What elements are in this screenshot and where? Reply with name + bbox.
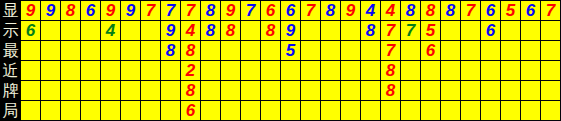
empty-cell-r3c12 — [241, 41, 261, 61]
empty-cell-r2c22 — [441, 21, 461, 41]
empty-cell-r5c8 — [161, 81, 181, 101]
empty-cell-r3c26 — [521, 41, 541, 61]
empty-cell-r4c17 — [341, 61, 361, 81]
empty-cell-r4c24 — [481, 61, 501, 81]
result-cell-r1c10: 8 — [201, 1, 221, 21]
empty-cell-r2c16 — [321, 21, 341, 41]
empty-cell-r3c5 — [101, 41, 121, 61]
empty-cell-r4c8 — [161, 61, 181, 81]
result-cell-r3c21: 6 — [421, 41, 441, 61]
empty-cell-r6c26 — [521, 101, 541, 121]
result-cell-r1c8: 7 — [161, 1, 181, 21]
empty-cell-r3c6 — [121, 41, 141, 61]
empty-cell-r6c15 — [301, 101, 321, 121]
empty-cell-r4c25 — [501, 61, 521, 81]
empty-cell-r5c18 — [361, 81, 381, 101]
empty-cell-r6c16 — [321, 101, 341, 121]
empty-cell-r3c23 — [461, 41, 481, 61]
empty-cell-r4c26 — [521, 61, 541, 81]
empty-cell-r3c1 — [21, 41, 41, 61]
empty-cell-r6c6 — [121, 101, 141, 121]
empty-cell-r4c10 — [201, 61, 221, 81]
empty-cell-r2c15 — [301, 21, 321, 41]
empty-cell-r6c13 — [261, 101, 281, 121]
empty-cell-r4c15 — [301, 61, 321, 81]
result-cell-r2c18: 8 — [361, 21, 381, 41]
result-cell-r2c11: 8 — [221, 21, 241, 41]
empty-cell-r5c11 — [221, 81, 241, 101]
result-cell-r2c13: 8 — [261, 21, 281, 41]
empty-cell-r4c6 — [121, 61, 141, 81]
result-cell-r1c5: 9 — [101, 1, 121, 21]
result-cell-r1c15: 7 — [301, 1, 321, 21]
empty-cell-r6c4 — [81, 101, 101, 121]
empty-cell-r4c1 — [21, 61, 41, 81]
empty-cell-r3c24 — [481, 41, 501, 61]
empty-cell-r5c25 — [501, 81, 521, 101]
empty-cell-r5c17 — [341, 81, 361, 101]
result-cell-r2c19: 7 — [381, 21, 401, 41]
empty-cell-r5c5 — [101, 81, 121, 101]
empty-cell-r6c22 — [441, 101, 461, 121]
empty-cell-r4c5 — [101, 61, 121, 81]
result-cell-r2c21: 5 — [421, 21, 441, 41]
result-cell-r1c21: 8 — [421, 1, 441, 21]
result-cell-r1c20: 8 — [401, 1, 421, 21]
empty-cell-r5c2 — [41, 81, 61, 101]
empty-cell-r2c25 — [501, 21, 521, 41]
empty-cell-r6c17 — [341, 101, 361, 121]
empty-cell-r4c12 — [241, 61, 261, 81]
empty-cell-r5c10 — [201, 81, 221, 101]
empty-cell-r5c1 — [21, 81, 41, 101]
empty-cell-r6c23 — [461, 101, 481, 121]
empty-cell-r6c24 — [481, 101, 501, 121]
empty-cell-r6c8 — [161, 101, 181, 121]
result-cell-r1c3: 8 — [61, 1, 81, 21]
result-cell-r1c26: 6 — [521, 1, 541, 21]
empty-cell-r4c20 — [401, 61, 421, 81]
empty-cell-r3c16 — [321, 41, 341, 61]
empty-cell-r6c1 — [21, 101, 41, 121]
empty-cell-r3c11 — [221, 41, 241, 61]
result-cell-r1c1: 9 — [21, 1, 41, 21]
empty-cell-r6c14 — [281, 101, 301, 121]
empty-cell-r5c20 — [401, 81, 421, 101]
result-cell-r1c11: 9 — [221, 1, 241, 21]
empty-cell-r6c25 — [501, 101, 521, 121]
empty-cell-r4c21 — [421, 61, 441, 81]
empty-cell-r6c5 — [101, 101, 121, 121]
empty-cell-r6c20 — [401, 101, 421, 121]
empty-cell-r5c21 — [421, 81, 441, 101]
result-cell-r1c19: 4 — [381, 1, 401, 21]
board-title-vertical: 显示最近牌局 — [0, 0, 21, 121]
empty-cell-r5c3 — [61, 81, 81, 101]
empty-cell-r5c12 — [241, 81, 261, 101]
empty-cell-r3c4 — [81, 41, 101, 61]
result-cell-r1c27: 7 — [541, 1, 561, 21]
result-cell-r1c16: 8 — [321, 1, 341, 21]
result-cell-r1c13: 6 — [261, 1, 281, 21]
empty-cell-r6c2 — [41, 101, 61, 121]
result-cell-r2c5: 4 — [101, 21, 121, 41]
result-cell-r1c23: 7 — [461, 1, 481, 21]
empty-cell-r4c11 — [221, 61, 241, 81]
result-cell-r2c9: 4 — [181, 21, 201, 41]
empty-cell-r5c16 — [321, 81, 341, 101]
result-cell-r4c9: 2 — [181, 61, 201, 81]
empty-cell-r4c22 — [441, 61, 461, 81]
empty-cell-r5c4 — [81, 81, 101, 101]
empty-cell-r6c7 — [141, 101, 161, 121]
result-cell-r1c4: 6 — [81, 1, 101, 21]
result-cell-r3c8: 8 — [161, 41, 181, 61]
empty-cell-r4c16 — [321, 61, 341, 81]
empty-cell-r2c7 — [141, 21, 161, 41]
result-cell-r1c17: 9 — [341, 1, 361, 21]
empty-cell-r5c22 — [441, 81, 461, 101]
empty-cell-r6c27 — [541, 101, 561, 121]
empty-cell-r5c6 — [121, 81, 141, 101]
result-cell-r2c20: 7 — [401, 21, 421, 41]
empty-cell-r2c6 — [121, 21, 141, 41]
empty-cell-r4c4 — [81, 61, 101, 81]
empty-cell-r3c7 — [141, 41, 161, 61]
empty-cell-r5c7 — [141, 81, 161, 101]
empty-cell-r3c22 — [441, 41, 461, 61]
empty-cell-r6c21 — [421, 101, 441, 121]
empty-cell-r3c15 — [301, 41, 321, 61]
empty-cell-r2c4 — [81, 21, 101, 41]
empty-cell-r5c15 — [301, 81, 321, 101]
result-cell-r1c24: 6 — [481, 1, 501, 21]
empty-cell-r4c2 — [41, 61, 61, 81]
empty-cell-r4c18 — [361, 61, 381, 81]
empty-cell-r4c14 — [281, 61, 301, 81]
empty-cell-r5c26 — [521, 81, 541, 101]
result-cell-r2c24: 6 — [481, 21, 501, 41]
empty-cell-r4c7 — [141, 61, 161, 81]
empty-cell-r2c12 — [241, 21, 261, 41]
result-cell-r3c19: 7 — [381, 41, 401, 61]
result-cell-r1c18: 4 — [361, 1, 381, 21]
results-grid: 9986997778976678944888765676494888987756… — [21, 1, 561, 121]
empty-cell-r5c27 — [541, 81, 561, 101]
result-cell-r1c9: 7 — [181, 1, 201, 21]
empty-cell-r3c20 — [401, 41, 421, 61]
empty-cell-r2c2 — [41, 21, 61, 41]
empty-cell-r2c26 — [521, 21, 541, 41]
result-cell-r2c10: 8 — [201, 21, 221, 41]
empty-cell-r5c24 — [481, 81, 501, 101]
result-cell-r1c25: 5 — [501, 1, 521, 21]
empty-cell-r6c19 — [381, 101, 401, 121]
empty-cell-r6c18 — [361, 101, 381, 121]
empty-cell-r2c23 — [461, 21, 481, 41]
empty-cell-r4c3 — [61, 61, 81, 81]
empty-cell-r5c14 — [281, 81, 301, 101]
result-cell-r5c9: 8 — [181, 81, 201, 101]
result-cell-r1c2: 9 — [41, 1, 61, 21]
empty-cell-r5c13 — [261, 81, 281, 101]
empty-cell-r2c3 — [61, 21, 81, 41]
result-cell-r2c8: 9 — [161, 21, 181, 41]
empty-cell-r3c27 — [541, 41, 561, 61]
empty-cell-r5c23 — [461, 81, 481, 101]
result-cell-r2c1: 6 — [21, 21, 41, 41]
empty-cell-r3c3 — [61, 41, 81, 61]
empty-cell-r2c17 — [341, 21, 361, 41]
empty-cell-r6c3 — [61, 101, 81, 121]
empty-cell-r3c25 — [501, 41, 521, 61]
empty-cell-r3c17 — [341, 41, 361, 61]
result-cell-r2c14: 9 — [281, 21, 301, 41]
result-cell-r1c22: 8 — [441, 1, 461, 21]
result-cell-r1c14: 6 — [281, 1, 301, 21]
empty-cell-r3c18 — [361, 41, 381, 61]
result-cell-r3c14: 5 — [281, 41, 301, 61]
empty-cell-r6c11 — [221, 101, 241, 121]
empty-cell-r3c2 — [41, 41, 61, 61]
empty-cell-r4c23 — [461, 61, 481, 81]
result-cell-r4c19: 8 — [381, 61, 401, 81]
empty-cell-r3c10 — [201, 41, 221, 61]
result-cell-r5c19: 8 — [381, 81, 401, 101]
result-cell-r3c9: 8 — [181, 41, 201, 61]
result-cell-r1c12: 7 — [241, 1, 261, 21]
empty-cell-r4c13 — [261, 61, 281, 81]
empty-cell-r6c12 — [241, 101, 261, 121]
result-cell-r1c6: 9 — [121, 1, 141, 21]
result-cell-r1c7: 7 — [141, 1, 161, 21]
empty-cell-r2c27 — [541, 21, 561, 41]
empty-cell-r4c27 — [541, 61, 561, 81]
empty-cell-r3c13 — [261, 41, 281, 61]
result-cell-r6c9: 6 — [181, 101, 201, 121]
empty-cell-r6c10 — [201, 101, 221, 121]
recent-results-board: 显示最近牌局 998699777897667894488876567649488… — [0, 0, 561, 121]
